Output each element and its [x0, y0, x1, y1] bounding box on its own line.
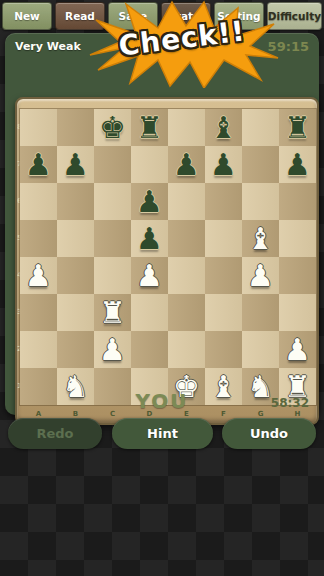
- white-pawn-piece: ♟: [279, 331, 316, 368]
- square-c6[interactable]: [94, 183, 131, 220]
- square-a3[interactable]: [20, 294, 57, 331]
- square-h5[interactable]: [279, 220, 316, 257]
- square-b2[interactable]: [57, 331, 94, 368]
- top-toolbar: NewReadSaveStats.SettingDifficulty: [0, 0, 324, 30]
- toolbar-button-difficulty[interactable]: Difficulty: [267, 2, 322, 30]
- white-pawn-piece: ♟: [94, 331, 131, 368]
- black-rook-piece: ♜: [131, 109, 168, 146]
- square-g4[interactable]: ♟: [242, 257, 279, 294]
- game-panel: Very Weak 59:15 87654321 ♚♜♝♜♟♟♟♟♟♟♟♝♟♟♟…: [5, 33, 319, 415]
- square-e3[interactable]: [168, 294, 205, 331]
- square-b5[interactable]: [57, 220, 94, 257]
- opponent-bar: Very Weak 59:15: [5, 33, 319, 61]
- toolbar-button-setting[interactable]: Setting: [214, 2, 264, 30]
- black-pawn-piece: ♟: [20, 146, 57, 183]
- square-b3[interactable]: [57, 294, 94, 331]
- square-h6[interactable]: [279, 183, 316, 220]
- square-a8[interactable]: [20, 109, 57, 146]
- square-b6[interactable]: [57, 183, 94, 220]
- black-rook-piece: ♜: [279, 109, 316, 146]
- square-e4[interactable]: [168, 257, 205, 294]
- square-f5[interactable]: [205, 220, 242, 257]
- square-f4[interactable]: [205, 257, 242, 294]
- board-grid: ♚♜♝♜♟♟♟♟♟♟♟♝♟♟♟♜♟♟♞♚♝♞♜: [20, 109, 316, 405]
- square-d3[interactable]: [131, 294, 168, 331]
- toolbar-button-new[interactable]: New: [2, 2, 52, 30]
- square-a5[interactable]: [20, 220, 57, 257]
- player-bar: YOU 58:32: [5, 391, 319, 415]
- square-a4[interactable]: ♟: [20, 257, 57, 294]
- square-f8[interactable]: ♝: [205, 109, 242, 146]
- square-d6[interactable]: ♟: [131, 183, 168, 220]
- black-pawn-piece: ♟: [279, 146, 316, 183]
- square-e5[interactable]: [168, 220, 205, 257]
- square-f3[interactable]: [205, 294, 242, 331]
- black-pawn-piece: ♟: [205, 146, 242, 183]
- square-a7[interactable]: ♟: [20, 146, 57, 183]
- square-f6[interactable]: [205, 183, 242, 220]
- square-h2[interactable]: ♟: [279, 331, 316, 368]
- black-king-piece: ♚: [94, 109, 131, 146]
- toolbar-button-read[interactable]: Read: [55, 2, 105, 30]
- square-b7[interactable]: ♟: [57, 146, 94, 183]
- square-g7[interactable]: [242, 146, 279, 183]
- square-g5[interactable]: ♝: [242, 220, 279, 257]
- square-e7[interactable]: ♟: [168, 146, 205, 183]
- square-e8[interactable]: [168, 109, 205, 146]
- black-bishop-piece: ♝: [205, 109, 242, 146]
- square-d4[interactable]: ♟: [131, 257, 168, 294]
- white-pawn-piece: ♟: [131, 257, 168, 294]
- opponent-name: Very Weak: [15, 40, 81, 53]
- black-pawn-piece: ♟: [57, 146, 94, 183]
- square-a6[interactable]: [20, 183, 57, 220]
- square-b8[interactable]: [57, 109, 94, 146]
- square-c4[interactable]: [94, 257, 131, 294]
- square-c3[interactable]: ♜: [94, 294, 131, 331]
- square-g3[interactable]: [242, 294, 279, 331]
- toolbar-button-stats[interactable]: Stats.: [161, 2, 211, 30]
- square-c8[interactable]: ♚: [94, 109, 131, 146]
- square-c2[interactable]: ♟: [94, 331, 131, 368]
- square-d5[interactable]: ♟: [131, 220, 168, 257]
- redo-button[interactable]: Redo: [8, 418, 102, 449]
- black-pawn-piece: ♟: [131, 220, 168, 257]
- square-g2[interactable]: [242, 331, 279, 368]
- opponent-timer: 59:15: [268, 39, 309, 54]
- square-h3[interactable]: [279, 294, 316, 331]
- square-f2[interactable]: [205, 331, 242, 368]
- square-b4[interactable]: [57, 257, 94, 294]
- square-h8[interactable]: ♜: [279, 109, 316, 146]
- undo-button[interactable]: Undo: [222, 418, 316, 449]
- white-bishop-piece: ♝: [242, 220, 279, 257]
- square-h4[interactable]: [279, 257, 316, 294]
- white-pawn-piece: ♟: [242, 257, 279, 294]
- white-rook-piece: ♜: [94, 294, 131, 331]
- hint-button[interactable]: Hint: [112, 418, 213, 449]
- square-g6[interactable]: [242, 183, 279, 220]
- square-c7[interactable]: [94, 146, 131, 183]
- square-d7[interactable]: [131, 146, 168, 183]
- action-button-row: Redo Hint Undo: [0, 418, 324, 450]
- chess-board: 87654321 ♚♜♝♜♟♟♟♟♟♟♟♝♟♟♟♜♟♟♞♚♝♞♜ ABCDEFG…: [15, 97, 319, 425]
- square-g8[interactable]: [242, 109, 279, 146]
- white-pawn-piece: ♟: [20, 257, 57, 294]
- square-d8[interactable]: ♜: [131, 109, 168, 146]
- square-e6[interactable]: [168, 183, 205, 220]
- black-pawn-piece: ♟: [168, 146, 205, 183]
- square-d2[interactable]: [131, 331, 168, 368]
- square-c5[interactable]: [94, 220, 131, 257]
- toolbar-button-save[interactable]: Save: [108, 2, 158, 30]
- square-f7[interactable]: ♟: [205, 146, 242, 183]
- player-timer: 58:32: [271, 396, 309, 410]
- square-h7[interactable]: ♟: [279, 146, 316, 183]
- black-pawn-piece: ♟: [131, 183, 168, 220]
- square-e2[interactable]: [168, 331, 205, 368]
- square-a2[interactable]: [20, 331, 57, 368]
